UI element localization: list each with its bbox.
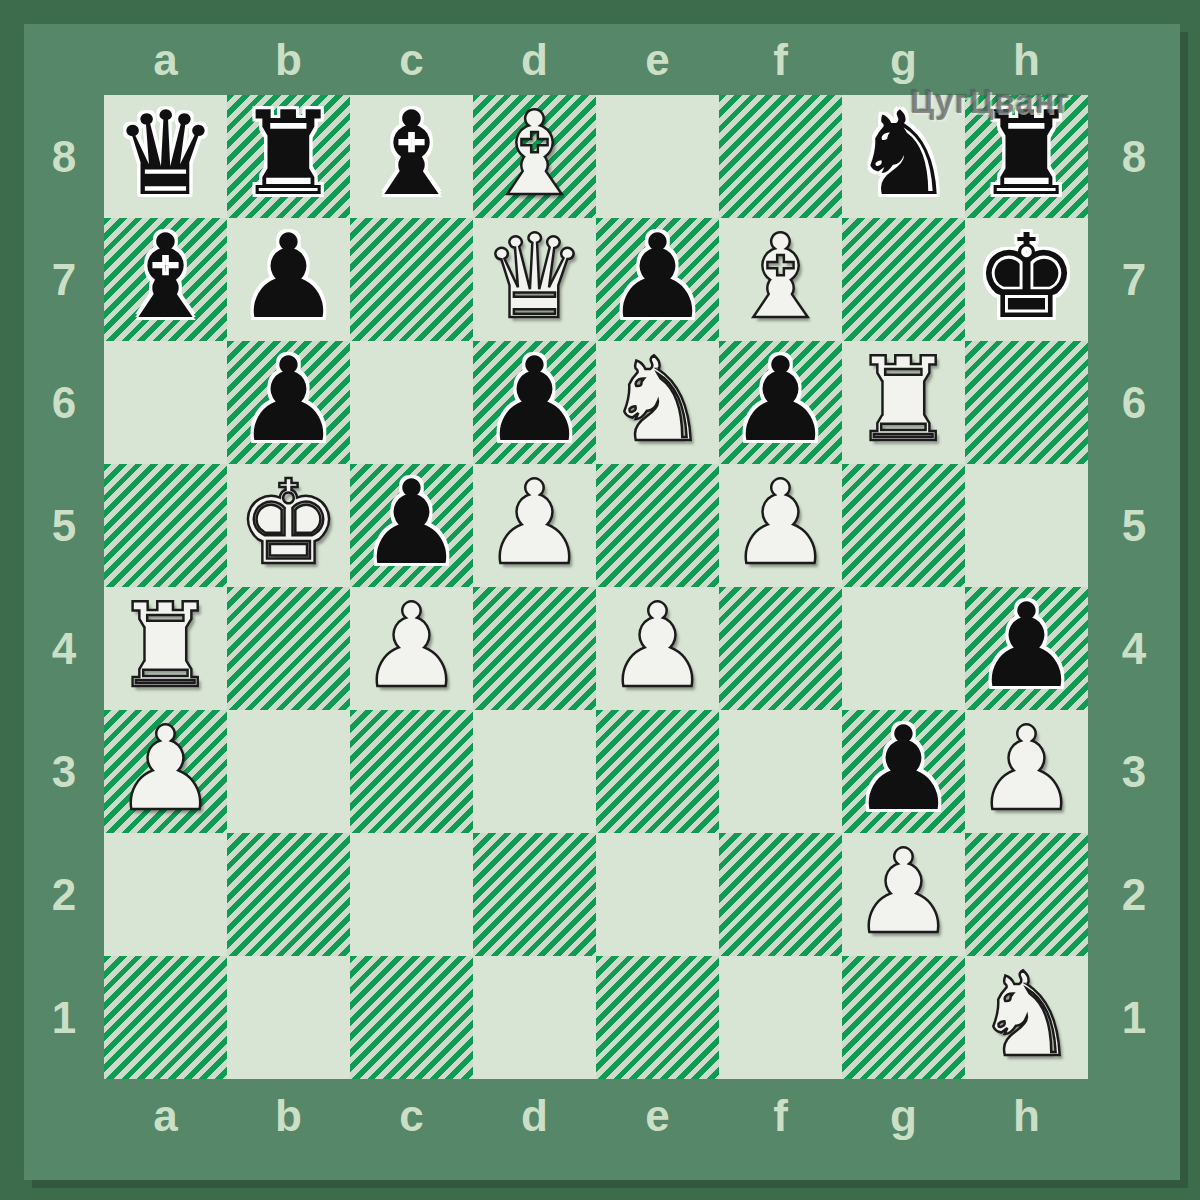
chessboard-app: abcdefgh abcdefgh 87654321 87654321 ♛♜♝♝… bbox=[0, 0, 1200, 1200]
rank-labels-right: 87654321 bbox=[1088, 95, 1180, 1079]
coord-label-f-bottom: f bbox=[719, 1079, 842, 1180]
black-pawn-b7[interactable]: ♟ bbox=[237, 215, 341, 338]
white-pawn-g2[interactable]: ♟ bbox=[852, 830, 956, 953]
square-e2[interactable] bbox=[596, 833, 719, 956]
coord-label-b-bottom: b bbox=[227, 1079, 350, 1180]
square-d2[interactable] bbox=[473, 833, 596, 956]
square-f6[interactable]: ♟ bbox=[719, 341, 842, 464]
white-pawn-c4[interactable]: ♟ bbox=[360, 584, 464, 707]
black-bishop-a7[interactable]: ♝ bbox=[114, 215, 218, 338]
square-b8[interactable]: ♜ bbox=[227, 95, 350, 218]
square-e4[interactable]: ♟ bbox=[596, 587, 719, 710]
square-d1[interactable] bbox=[473, 956, 596, 1079]
black-pawn-e7[interactable]: ♟ bbox=[606, 215, 710, 338]
white-bishop-d8[interactable]: ♝ bbox=[483, 92, 587, 215]
square-d3[interactable] bbox=[473, 710, 596, 833]
square-b2[interactable] bbox=[227, 833, 350, 956]
coord-label-7-right: 7 bbox=[1088, 218, 1180, 341]
watermark-text: ЦугЦванг bbox=[910, 83, 1070, 121]
coord-label-4-left: 4 bbox=[24, 587, 104, 710]
square-f4[interactable] bbox=[719, 587, 842, 710]
square-h2[interactable] bbox=[965, 833, 1088, 956]
coord-label-8-left: 8 bbox=[24, 95, 104, 218]
square-g1[interactable] bbox=[842, 956, 965, 1079]
square-c6[interactable] bbox=[350, 341, 473, 464]
square-b6[interactable]: ♟ bbox=[227, 341, 350, 464]
white-bishop-f7[interactable]: ♝ bbox=[729, 215, 833, 338]
white-pawn-a3[interactable]: ♟ bbox=[114, 707, 218, 830]
square-c4[interactable]: ♟ bbox=[350, 587, 473, 710]
square-g4[interactable] bbox=[842, 587, 965, 710]
square-h5[interactable] bbox=[965, 464, 1088, 587]
coord-label-b-top: b bbox=[227, 24, 350, 95]
square-e3[interactable] bbox=[596, 710, 719, 833]
black-pawn-h4[interactable]: ♟ bbox=[975, 584, 1079, 707]
white-pawn-h3[interactable]: ♟ bbox=[975, 707, 1079, 830]
coord-label-d-bottom: d bbox=[473, 1079, 596, 1180]
coord-label-c-top: c bbox=[350, 24, 473, 95]
square-g2[interactable]: ♟ bbox=[842, 833, 965, 956]
square-d5[interactable]: ♟ bbox=[473, 464, 596, 587]
coord-label-4-right: 4 bbox=[1088, 587, 1180, 710]
square-e5[interactable] bbox=[596, 464, 719, 587]
file-labels-bottom: abcdefgh bbox=[104, 1079, 1088, 1180]
square-g7[interactable] bbox=[842, 218, 965, 341]
square-h6[interactable] bbox=[965, 341, 1088, 464]
coord-label-a-top: a bbox=[104, 24, 227, 95]
white-rook-g6[interactable]: ♜ bbox=[852, 338, 956, 461]
black-bishop-c8[interactable]: ♝ bbox=[360, 92, 464, 215]
square-e7[interactable]: ♟ bbox=[596, 218, 719, 341]
black-king-h7[interactable]: ♚ bbox=[975, 215, 1079, 338]
coord-label-3-right: 3 bbox=[1088, 710, 1180, 833]
coord-label-d-top: d bbox=[473, 24, 596, 95]
square-f1[interactable] bbox=[719, 956, 842, 1079]
coord-label-8-right: 8 bbox=[1088, 95, 1180, 218]
square-e6[interactable]: ♞ bbox=[596, 341, 719, 464]
square-a5[interactable] bbox=[104, 464, 227, 587]
square-g5[interactable] bbox=[842, 464, 965, 587]
square-c1[interactable] bbox=[350, 956, 473, 1079]
square-a4[interactable]: ♜ bbox=[104, 587, 227, 710]
coord-label-6-left: 6 bbox=[24, 341, 104, 464]
coord-label-h-bottom: h bbox=[965, 1079, 1088, 1180]
coord-label-3-left: 3 bbox=[24, 710, 104, 833]
square-h1[interactable]: ♞ bbox=[965, 956, 1088, 1079]
white-king-b5[interactable]: ♚ bbox=[237, 461, 341, 584]
board-mat: abcdefgh abcdefgh 87654321 87654321 ♛♜♝♝… bbox=[24, 24, 1180, 1180]
coord-label-a-bottom: a bbox=[104, 1079, 227, 1180]
coord-label-5-right: 5 bbox=[1088, 464, 1180, 587]
black-pawn-b6[interactable]: ♟ bbox=[237, 338, 341, 461]
square-a2[interactable] bbox=[104, 833, 227, 956]
coord-label-1-right: 1 bbox=[1088, 956, 1180, 1079]
square-b3[interactable] bbox=[227, 710, 350, 833]
square-c3[interactable] bbox=[350, 710, 473, 833]
square-h7[interactable]: ♚ bbox=[965, 218, 1088, 341]
square-b7[interactable]: ♟ bbox=[227, 218, 350, 341]
square-f3[interactable] bbox=[719, 710, 842, 833]
square-f8[interactable] bbox=[719, 95, 842, 218]
white-rook-a4[interactable]: ♜ bbox=[114, 584, 218, 707]
square-a1[interactable] bbox=[104, 956, 227, 1079]
square-c2[interactable] bbox=[350, 833, 473, 956]
white-pawn-d5[interactable]: ♟ bbox=[483, 461, 587, 584]
square-c5[interactable]: ♟ bbox=[350, 464, 473, 587]
coord-label-6-right: 6 bbox=[1088, 341, 1180, 464]
square-h3[interactable]: ♟ bbox=[965, 710, 1088, 833]
square-d6[interactable]: ♟ bbox=[473, 341, 596, 464]
white-knight-h1[interactable]: ♞ bbox=[975, 953, 1079, 1076]
square-b1[interactable] bbox=[227, 956, 350, 1079]
rank-labels-left: 87654321 bbox=[24, 95, 104, 1079]
black-pawn-g3[interactable]: ♟ bbox=[852, 707, 956, 830]
square-e1[interactable] bbox=[596, 956, 719, 1079]
black-queen-a8[interactable]: ♛ bbox=[114, 92, 218, 215]
white-queen-d7[interactable]: ♛ bbox=[483, 215, 587, 338]
chess-board: ♛♜♝♝♞♜♝♟♛♟♝♚♟♟♞♟♜♚♟♟♟♜♟♟♟♟♟♟♟♞ bbox=[104, 95, 1088, 1079]
coord-label-5-left: 5 bbox=[24, 464, 104, 587]
square-a3[interactable]: ♟ bbox=[104, 710, 227, 833]
coord-label-7-left: 7 bbox=[24, 218, 104, 341]
white-knight-e6[interactable]: ♞ bbox=[606, 338, 710, 461]
black-rook-b8[interactable]: ♜ bbox=[237, 92, 341, 215]
coord-label-g-bottom: g bbox=[842, 1079, 965, 1180]
square-a7[interactable]: ♝ bbox=[104, 218, 227, 341]
square-a8[interactable]: ♛ bbox=[104, 95, 227, 218]
square-e8[interactable] bbox=[596, 95, 719, 218]
black-pawn-c5[interactable]: ♟ bbox=[360, 461, 464, 584]
white-pawn-e4[interactable]: ♟ bbox=[606, 584, 710, 707]
coord-label-2-right: 2 bbox=[1088, 833, 1180, 956]
square-f7[interactable]: ♝ bbox=[719, 218, 842, 341]
coord-label-e-bottom: e bbox=[596, 1079, 719, 1180]
square-f5[interactable]: ♟ bbox=[719, 464, 842, 587]
square-d8[interactable]: ♝ bbox=[473, 95, 596, 218]
coord-label-f-top: f bbox=[719, 24, 842, 95]
coord-label-e-top: e bbox=[596, 24, 719, 95]
square-f2[interactable] bbox=[719, 833, 842, 956]
coord-label-1-left: 1 bbox=[24, 956, 104, 1079]
square-c7[interactable] bbox=[350, 218, 473, 341]
square-g3[interactable]: ♟ bbox=[842, 710, 965, 833]
square-b4[interactable] bbox=[227, 587, 350, 710]
square-a6[interactable] bbox=[104, 341, 227, 464]
square-d4[interactable] bbox=[473, 587, 596, 710]
square-h4[interactable]: ♟ bbox=[965, 587, 1088, 710]
square-g6[interactable]: ♜ bbox=[842, 341, 965, 464]
coord-label-2-left: 2 bbox=[24, 833, 104, 956]
coord-label-c-bottom: c bbox=[350, 1079, 473, 1180]
white-pawn-f5[interactable]: ♟ bbox=[729, 461, 833, 584]
square-d7[interactable]: ♛ bbox=[473, 218, 596, 341]
black-pawn-f6[interactable]: ♟ bbox=[729, 338, 833, 461]
square-b5[interactable]: ♚ bbox=[227, 464, 350, 587]
black-pawn-d6[interactable]: ♟ bbox=[483, 338, 587, 461]
square-c8[interactable]: ♝ bbox=[350, 95, 473, 218]
